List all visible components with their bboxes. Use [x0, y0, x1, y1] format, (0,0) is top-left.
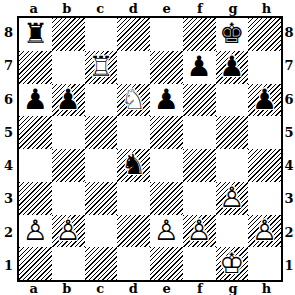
square-d3[interactable]: [117, 182, 150, 215]
rank-label-8-left: 8: [0, 16, 17, 49]
square-f7[interactable]: [183, 51, 216, 84]
black-king-piece-g8[interactable]: [216, 18, 249, 51]
square-a7[interactable]: [19, 51, 52, 84]
rank-label-4-left: 4: [0, 149, 17, 182]
square-g4[interactable]: [216, 149, 249, 182]
white-king-piece-g1[interactable]: [216, 247, 249, 280]
square-b8[interactable]: [52, 18, 85, 51]
square-g6[interactable]: [216, 84, 249, 117]
square-e2[interactable]: [150, 215, 183, 248]
square-d1[interactable]: [117, 247, 150, 280]
square-b6[interactable]: [52, 84, 85, 117]
square-c5[interactable]: [85, 116, 118, 149]
black-pawn-piece-g7[interactable]: [216, 51, 249, 84]
square-d8[interactable]: [117, 18, 150, 51]
square-f5[interactable]: [183, 116, 216, 149]
square-g3[interactable]: [216, 182, 249, 215]
square-g7[interactable]: [216, 51, 249, 84]
chess-diagram: abcdefgh 87654321 87654321 abcdefgh: [0, 0, 295, 295]
square-e6[interactable]: [150, 84, 183, 117]
square-c8[interactable]: [85, 18, 118, 51]
square-d7[interactable]: [117, 51, 150, 84]
black-pawn-piece-b6[interactable]: [52, 84, 85, 117]
file-label-e-top: e: [150, 0, 183, 16]
file-label-h-bottom: h: [250, 281, 283, 295]
rank-labels-right: 87654321: [283, 16, 295, 282]
square-a2[interactable]: [19, 215, 52, 248]
white-pawn-piece-f2[interactable]: [183, 215, 216, 248]
black-pawn-piece-e6[interactable]: [150, 84, 183, 117]
rank-label-6-right: 6: [283, 83, 295, 116]
square-d6[interactable]: [117, 84, 150, 117]
square-f1[interactable]: [183, 247, 216, 280]
square-e4[interactable]: [150, 149, 183, 182]
file-labels-bottom: abcdefgh: [17, 281, 283, 295]
square-b2[interactable]: [52, 215, 85, 248]
file-label-g-top: g: [217, 0, 250, 16]
rank-label-7-left: 7: [0, 49, 17, 82]
file-label-f-top: f: [183, 0, 216, 16]
file-label-f-bottom: f: [183, 281, 216, 295]
square-f8[interactable]: [183, 18, 216, 51]
square-h6[interactable]: [248, 84, 281, 117]
square-e7[interactable]: [150, 51, 183, 84]
file-label-b-top: b: [50, 0, 83, 16]
square-a4[interactable]: [19, 149, 52, 182]
square-h4[interactable]: [248, 149, 281, 182]
square-f2[interactable]: [183, 215, 216, 248]
black-knight-piece-d4[interactable]: [117, 149, 150, 182]
black-pawn-piece-h6[interactable]: [248, 84, 281, 117]
file-label-e-bottom: e: [150, 281, 183, 295]
square-e5[interactable]: [150, 116, 183, 149]
square-e3[interactable]: [150, 182, 183, 215]
rank-label-4-right: 4: [283, 149, 295, 182]
square-f4[interactable]: [183, 149, 216, 182]
square-c7[interactable]: [85, 51, 118, 84]
square-c4[interactable]: [85, 149, 118, 182]
rank-label-5-right: 5: [283, 116, 295, 149]
square-g5[interactable]: [216, 116, 249, 149]
rank-label-7-right: 7: [283, 49, 295, 82]
square-c2[interactable]: [85, 215, 118, 248]
white-pawn-piece-h2[interactable]: [248, 215, 281, 248]
rank-label-8-right: 8: [283, 16, 295, 49]
square-a3[interactable]: [19, 182, 52, 215]
square-b1[interactable]: [52, 247, 85, 280]
square-h1[interactable]: [248, 247, 281, 280]
square-d5[interactable]: [117, 116, 150, 149]
rank-label-2-right: 2: [283, 216, 295, 249]
rank-label-3-left: 3: [0, 182, 17, 215]
rank-label-3-right: 3: [283, 182, 295, 215]
square-g1[interactable]: [216, 247, 249, 280]
square-c3[interactable]: [85, 182, 118, 215]
file-label-b-bottom: b: [50, 281, 83, 295]
square-a1[interactable]: [19, 247, 52, 280]
square-h5[interactable]: [248, 116, 281, 149]
square-e8[interactable]: [150, 18, 183, 51]
white-knight-piece-d6[interactable]: [117, 84, 150, 117]
black-pawn-piece-a6[interactable]: [19, 84, 52, 117]
square-b3[interactable]: [52, 182, 85, 215]
file-label-a-bottom: a: [17, 281, 50, 295]
white-pawn-piece-g3[interactable]: [216, 182, 249, 215]
file-label-d-bottom: d: [117, 281, 150, 295]
square-h7[interactable]: [248, 51, 281, 84]
square-f6[interactable]: [183, 84, 216, 117]
file-labels-top: abcdefgh: [17, 0, 283, 16]
file-label-c-top: c: [84, 0, 117, 16]
square-c1[interactable]: [85, 247, 118, 280]
square-a6[interactable]: [19, 84, 52, 117]
square-e1[interactable]: [150, 247, 183, 280]
white-pawn-piece-b2[interactable]: [52, 215, 85, 248]
square-b4[interactable]: [52, 149, 85, 182]
white-pawn-piece-e2[interactable]: [150, 215, 183, 248]
file-label-c-bottom: c: [84, 281, 117, 295]
black-pawn-piece-f7[interactable]: [183, 51, 216, 84]
file-label-a-top: a: [17, 0, 50, 16]
board: [17, 16, 283, 282]
rank-label-2-left: 2: [0, 216, 17, 249]
square-b7[interactable]: [52, 51, 85, 84]
square-d4[interactable]: [117, 149, 150, 182]
square-f3[interactable]: [183, 182, 216, 215]
square-c6[interactable]: [85, 84, 118, 117]
black-rook-piece-a8[interactable]: [19, 18, 52, 51]
square-a5[interactable]: [19, 116, 52, 149]
rank-label-1-right: 1: [283, 249, 295, 282]
square-h2[interactable]: [248, 215, 281, 248]
rank-label-6-left: 6: [0, 83, 17, 116]
square-g8[interactable]: [216, 18, 249, 51]
white-rook-piece-c7[interactable]: [85, 51, 118, 84]
square-g2[interactable]: [216, 215, 249, 248]
square-h8[interactable]: [248, 18, 281, 51]
rank-label-1-left: 1: [0, 249, 17, 282]
square-b5[interactable]: [52, 116, 85, 149]
square-d2[interactable]: [117, 215, 150, 248]
rank-labels-left: 87654321: [0, 16, 17, 282]
square-h3[interactable]: [248, 182, 281, 215]
file-label-h-top: h: [250, 0, 283, 16]
rank-label-5-left: 5: [0, 116, 17, 149]
square-a8[interactable]: [19, 18, 52, 51]
file-label-d-top: d: [117, 0, 150, 16]
file-label-g-bottom: g: [217, 281, 250, 295]
white-pawn-piece-a2[interactable]: [19, 215, 52, 248]
